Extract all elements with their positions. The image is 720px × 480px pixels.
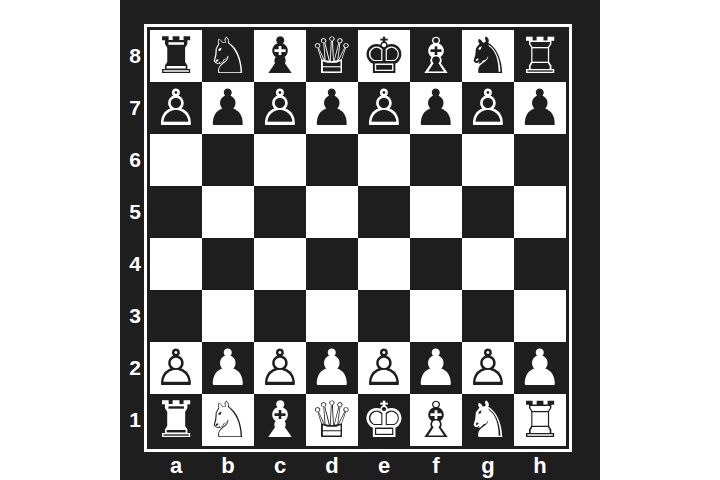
rank-label-1: 1: [122, 394, 148, 446]
square-a6[interactable]: [150, 134, 202, 186]
square-b2[interactable]: ♟: [202, 342, 254, 394]
white-pawn: ♙: [154, 342, 199, 394]
square-g2[interactable]: ♙: [462, 342, 514, 394]
rank-labels: 87654321: [122, 30, 148, 446]
square-c6[interactable]: [254, 134, 306, 186]
square-c3[interactable]: [254, 290, 306, 342]
black-knight: ♞: [466, 30, 511, 82]
black-queen: ♕: [310, 30, 355, 82]
square-b4[interactable]: [202, 238, 254, 290]
square-e5[interactable]: [358, 186, 410, 238]
square-a1[interactable]: ♜: [150, 394, 202, 446]
square-h5[interactable]: [514, 186, 566, 238]
rank-label-4: 4: [122, 238, 148, 290]
black-pawn: ♙: [362, 82, 407, 134]
square-h6[interactable]: [514, 134, 566, 186]
file-label-b: b: [202, 451, 254, 480]
square-g5[interactable]: [462, 186, 514, 238]
file-label-e: e: [358, 451, 410, 480]
white-bishop: ♝: [258, 394, 303, 446]
rank-label-7: 7: [122, 82, 148, 134]
square-h7[interactable]: ♟: [514, 82, 566, 134]
square-h8[interactable]: ♖: [514, 30, 566, 82]
white-pawn: ♟: [310, 342, 355, 394]
square-g6[interactable]: [462, 134, 514, 186]
square-f4[interactable]: [410, 238, 462, 290]
square-c1[interactable]: ♝: [254, 394, 306, 446]
square-a8[interactable]: ♜: [150, 30, 202, 82]
square-b1[interactable]: ♘: [202, 394, 254, 446]
square-d2[interactable]: ♟: [306, 342, 358, 394]
black-pawn: ♙: [154, 82, 199, 134]
white-pawn: ♟: [206, 342, 251, 394]
black-pawn: ♟: [518, 82, 563, 134]
square-f8[interactable]: ♗: [410, 30, 462, 82]
square-h2[interactable]: ♟: [514, 342, 566, 394]
rank-label-6: 6: [122, 134, 148, 186]
square-d5[interactable]: [306, 186, 358, 238]
square-f6[interactable]: [410, 134, 462, 186]
black-pawn: ♙: [466, 82, 511, 134]
square-b8[interactable]: ♘: [202, 30, 254, 82]
square-f3[interactable]: [410, 290, 462, 342]
square-h1[interactable]: ♖: [514, 394, 566, 446]
page: ♜♘♝♕♚♗♞♖♙♟♙♟♙♟♙♟♙♟♙♟♙♟♙♟♜♘♝♕♚♗♞♖ 8765432…: [0, 0, 720, 480]
file-label-h: h: [514, 451, 566, 480]
file-labels: abcdefgh: [150, 451, 566, 480]
square-e7[interactable]: ♙: [358, 82, 410, 134]
rank-label-2: 2: [122, 342, 148, 394]
square-c8[interactable]: ♝: [254, 30, 306, 82]
square-g4[interactable]: [462, 238, 514, 290]
black-knight: ♘: [206, 30, 251, 82]
chess-board: ♜♘♝♕♚♗♞♖♙♟♙♟♙♟♙♟♙♟♙♟♙♟♙♟♜♘♝♕♚♗♞♖: [150, 30, 566, 446]
square-f7[interactable]: ♟: [410, 82, 462, 134]
white-pawn: ♙: [466, 342, 511, 394]
black-pawn: ♟: [310, 82, 355, 134]
square-b7[interactable]: ♟: [202, 82, 254, 134]
black-rook: ♖: [518, 30, 563, 82]
chessboard-panel: ♜♘♝♕♚♗♞♖♙♟♙♟♙♟♙♟♙♟♙♟♙♟♙♟♜♘♝♕♚♗♞♖ 8765432…: [120, 0, 600, 480]
square-d6[interactable]: [306, 134, 358, 186]
square-e2[interactable]: ♙: [358, 342, 410, 394]
file-label-g: g: [462, 451, 514, 480]
square-f1[interactable]: ♗: [410, 394, 462, 446]
black-pawn: ♟: [414, 82, 459, 134]
square-d3[interactable]: [306, 290, 358, 342]
square-c5[interactable]: [254, 186, 306, 238]
square-d1[interactable]: ♕: [306, 394, 358, 446]
square-b6[interactable]: [202, 134, 254, 186]
white-knight: ♞: [466, 394, 511, 446]
square-a4[interactable]: [150, 238, 202, 290]
white-queen: ♕: [310, 394, 355, 446]
square-a5[interactable]: [150, 186, 202, 238]
rank-label-8: 8: [122, 30, 148, 82]
square-e3[interactable]: [358, 290, 410, 342]
square-g3[interactable]: [462, 290, 514, 342]
square-c4[interactable]: [254, 238, 306, 290]
black-bishop: ♗: [414, 30, 459, 82]
black-pawn: ♟: [206, 82, 251, 134]
square-g8[interactable]: ♞: [462, 30, 514, 82]
file-label-f: f: [410, 451, 462, 480]
white-pawn: ♟: [518, 342, 563, 394]
square-d8[interactable]: ♕: [306, 30, 358, 82]
black-rook: ♜: [154, 30, 199, 82]
black-king: ♚: [362, 30, 407, 82]
square-h3[interactable]: [514, 290, 566, 342]
square-g1[interactable]: ♞: [462, 394, 514, 446]
square-e4[interactable]: [358, 238, 410, 290]
square-f5[interactable]: [410, 186, 462, 238]
square-e8[interactable]: ♚: [358, 30, 410, 82]
square-a3[interactable]: [150, 290, 202, 342]
square-d7[interactable]: ♟: [306, 82, 358, 134]
square-a7[interactable]: ♙: [150, 82, 202, 134]
square-e1[interactable]: ♚: [358, 394, 410, 446]
white-knight: ♘: [206, 394, 251, 446]
square-b5[interactable]: [202, 186, 254, 238]
white-pawn: ♙: [258, 342, 303, 394]
square-f2[interactable]: ♟: [410, 342, 462, 394]
white-pawn: ♙: [362, 342, 407, 394]
white-rook: ♜: [154, 394, 199, 446]
white-pawn: ♟: [414, 342, 459, 394]
square-a2[interactable]: ♙: [150, 342, 202, 394]
square-d4[interactable]: [306, 238, 358, 290]
file-label-c: c: [254, 451, 306, 480]
square-h4[interactable]: [514, 238, 566, 290]
square-e6[interactable]: [358, 134, 410, 186]
white-bishop: ♗: [414, 394, 459, 446]
rank-label-3: 3: [122, 290, 148, 342]
file-label-d: d: [306, 451, 358, 480]
rank-label-5: 5: [122, 186, 148, 238]
square-g7[interactable]: ♙: [462, 82, 514, 134]
black-bishop: ♝: [258, 30, 303, 82]
white-king: ♚: [362, 394, 407, 446]
black-pawn: ♙: [258, 82, 303, 134]
square-b3[interactable]: [202, 290, 254, 342]
white-rook: ♖: [518, 394, 563, 446]
square-c7[interactable]: ♙: [254, 82, 306, 134]
file-label-a: a: [150, 451, 202, 480]
square-c2[interactable]: ♙: [254, 342, 306, 394]
